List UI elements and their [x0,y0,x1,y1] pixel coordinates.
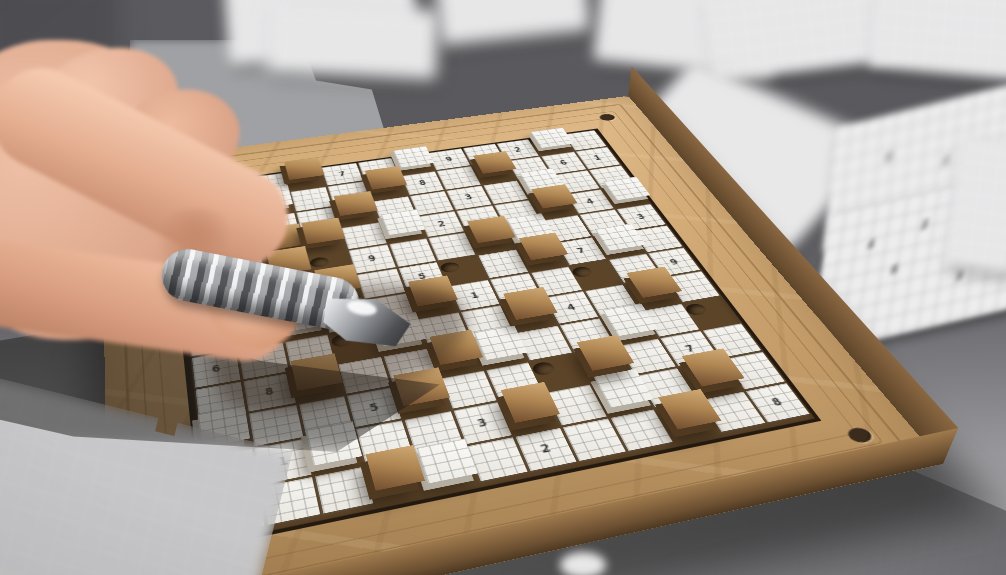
cell-r4c6-white[interactable] [429,233,476,260]
tile-number: 8 [769,396,785,409]
puzzle-card[interactable] [435,0,591,46]
card-digit: 2 [921,217,929,231]
tile-number: 4 [565,302,578,312]
cell-r10c6-block[interactable] [501,382,560,422]
scene: 52 4263 479238615372493257196485713528 [0,0,1006,575]
tile-number: 2 [436,220,446,228]
foreground-white-piece [560,552,606,575]
card-digit: 5 [885,150,892,164]
tile-number: 9 [667,257,680,266]
card-digit: 4 [867,237,875,251]
puzzle-card[interactable] [868,0,1006,80]
tile-number: 3 [475,416,488,429]
tile-number: 3 [635,212,647,220]
tile-number: 4 [584,197,595,205]
cell-r5c6-hole [439,261,461,273]
card-digit: 3 [956,268,964,282]
tile-number: 3 [464,193,474,201]
card-digit: 6 [890,262,898,276]
tile-number: 9 [444,156,453,163]
tile-number: 2 [513,146,523,153]
tile-number: 7 [682,343,696,354]
tile-number: 1 [469,290,480,300]
tile-number: 1 [592,154,602,161]
cell-r8c9-raised[interactable] [602,303,658,336]
tile-number: 7 [575,246,587,255]
tile-number: 6 [558,159,568,166]
cell-r11c9-block[interactable] [658,389,722,430]
tile-number: 2 [538,442,552,456]
card-digit: 2 [943,152,950,166]
cell-r11c2-white[interactable] [315,466,374,513]
cell-r9c8-block[interactable] [576,335,634,371]
